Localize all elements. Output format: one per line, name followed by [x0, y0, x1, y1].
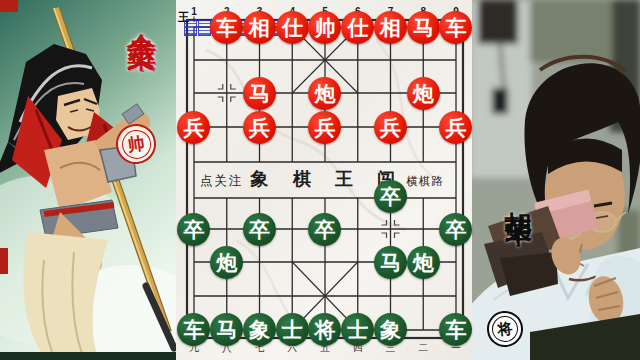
red-general-seal-char: 帅 — [120, 128, 153, 161]
piece-black-general[interactable]: 将 — [308, 313, 341, 346]
left-player-panel: 余贵燊 帅 — [0, 0, 176, 360]
black-general-seal-char: 将 — [491, 315, 520, 344]
piece-label: 兵 — [249, 117, 270, 138]
piece-black-horse[interactable]: 马 — [374, 246, 407, 279]
piece-red-horse[interactable]: 马 — [407, 11, 440, 44]
piece-label: 仕 — [282, 17, 303, 38]
piece-label: 士 — [347, 319, 368, 340]
piece-black-cannon[interactable]: 炮 — [210, 246, 243, 279]
piece-label: 炮 — [216, 252, 237, 273]
piece-black-soldier[interactable]: 卒 — [439, 213, 472, 246]
piece-label: 兵 — [183, 117, 204, 138]
piece-red-soldier[interactable]: 兵 — [308, 111, 341, 144]
piece-label: 卒 — [183, 219, 204, 240]
piece-black-elephant[interactable]: 象 — [374, 313, 407, 346]
piece-label: 兵 — [445, 117, 466, 138]
piece-red-soldier[interactable]: 兵 — [177, 111, 210, 144]
piece-label: 卒 — [314, 219, 335, 240]
piece-label: 马 — [413, 17, 434, 38]
piece-black-advisor[interactable]: 士 — [276, 313, 309, 346]
piece-black-soldier[interactable]: 卒 — [243, 213, 276, 246]
piece-red-advisor[interactable]: 仕 — [341, 11, 374, 44]
player-photo — [470, 0, 640, 360]
piece-black-soldier[interactable]: 卒 — [374, 180, 407, 213]
piece-label: 卒 — [249, 219, 270, 240]
piece-red-elephant[interactable]: 相 — [243, 11, 276, 44]
piece-label: 炮 — [413, 252, 434, 273]
piece-label: 马 — [216, 319, 237, 340]
piece-red-cannon[interactable]: 炮 — [308, 77, 341, 110]
video-frame: 余贵燊 帅 — [0, 0, 640, 360]
piece-label: 相 — [380, 17, 401, 38]
piece-black-soldier[interactable]: 卒 — [308, 213, 341, 246]
piece-black-cannon[interactable]: 炮 — [407, 246, 440, 279]
piece-label: 兵 — [380, 117, 401, 138]
piece-label: 士 — [282, 319, 303, 340]
piece-red-advisor[interactable]: 仕 — [276, 11, 309, 44]
piece-black-horse[interactable]: 马 — [210, 313, 243, 346]
piece-red-general[interactable]: 帅 — [308, 11, 341, 44]
piece-red-elephant[interactable]: 相 — [374, 11, 407, 44]
piece-label: 象 — [249, 319, 270, 340]
piece-black-chariot[interactable]: 车 — [177, 313, 210, 346]
piece-label: 炮 — [413, 83, 434, 104]
piece-black-elephant[interactable]: 象 — [243, 313, 276, 346]
piece-label: 车 — [216, 17, 237, 38]
piece-label: 帅 — [314, 17, 335, 38]
piece-label: 车 — [445, 319, 466, 340]
piece-label: 仕 — [347, 17, 368, 38]
warrior-illustration — [0, 0, 176, 360]
piece-black-advisor[interactable]: 士 — [341, 313, 374, 346]
piece-layer: 车相仕帅仕相马车马炮炮兵兵兵兵兵卒卒卒卒卒炮马炮车马象士将士象车 — [176, 0, 472, 360]
xiangqi-board[interactable]: 王 123456789 点关注 象 棋 王 闯 横棋路 车相仕帅仕相马车马炮炮兵… — [176, 0, 472, 360]
piece-label: 将 — [314, 319, 335, 340]
piece-label: 马 — [249, 83, 270, 104]
red-player-name: 余贵燊 — [122, 10, 162, 22]
piece-black-chariot[interactable]: 车 — [439, 313, 472, 346]
piece-label: 车 — [445, 17, 466, 38]
right-player-panel: 胡荣华 将 — [470, 0, 640, 360]
piece-label: 炮 — [314, 83, 335, 104]
piece-label: 兵 — [314, 117, 335, 138]
piece-black-soldier[interactable]: 卒 — [177, 213, 210, 246]
piece-red-chariot[interactable]: 车 — [210, 11, 243, 44]
piece-red-soldier[interactable]: 兵 — [439, 111, 472, 144]
piece-label: 象 — [380, 319, 401, 340]
piece-red-cannon[interactable]: 炮 — [407, 77, 440, 110]
piece-label: 车 — [183, 319, 204, 340]
black-player-name: 胡荣华 — [500, 190, 536, 202]
piece-label: 卒 — [445, 219, 466, 240]
piece-label: 相 — [249, 17, 270, 38]
piece-label: 马 — [380, 252, 401, 273]
piece-label: 卒 — [380, 186, 401, 207]
piece-red-chariot[interactable]: 车 — [439, 11, 472, 44]
piece-red-horse[interactable]: 马 — [243, 77, 276, 110]
piece-red-soldier[interactable]: 兵 — [243, 111, 276, 144]
piece-red-soldier[interactable]: 兵 — [374, 111, 407, 144]
